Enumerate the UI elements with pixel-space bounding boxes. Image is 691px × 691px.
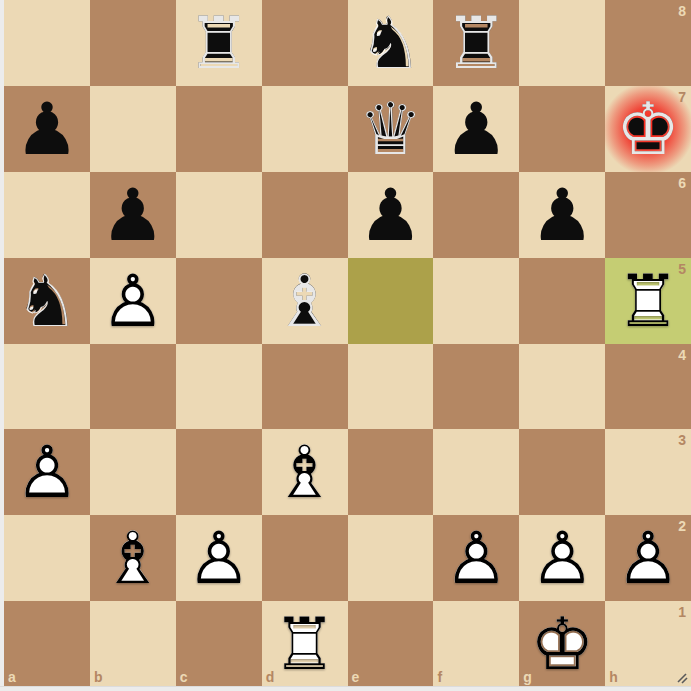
square-b6[interactable]: ♟ (90, 172, 176, 258)
file-label-e: e (352, 669, 360, 685)
rank-label-1: 1 (678, 604, 686, 620)
piece-white-pawn[interactable]: ♟♙ (433, 515, 519, 601)
white-king-outline: ♔ (519, 601, 605, 687)
square-g1[interactable]: g♚♔ (519, 601, 605, 687)
rank-label-6: 6 (678, 175, 686, 191)
piece-black-rook[interactable]: ♜♖ (176, 0, 262, 86)
square-d1[interactable]: d♜♖ (262, 601, 348, 687)
square-e7[interactable]: ♛♕ (348, 86, 434, 172)
white-pawn-outline: ♙ (90, 258, 176, 344)
square-b3[interactable] (90, 429, 176, 515)
rank-label-2: 2 (678, 518, 686, 534)
square-h8[interactable]: 8 (605, 0, 691, 86)
piece-white-rook[interactable]: ♜♖ (262, 601, 348, 687)
square-a6[interactable] (4, 172, 90, 258)
black-bishop-glyph: ♝ (262, 258, 348, 344)
white-rook-outline: ♖ (262, 601, 348, 687)
white-pawn-glyph: ♟ (605, 515, 691, 601)
rank-label-4: 4 (678, 347, 686, 363)
square-c5[interactable] (176, 258, 262, 344)
square-a1[interactable]: a (4, 601, 90, 687)
black-rook-outline: ♖ (176, 0, 262, 86)
square-d8[interactable] (262, 0, 348, 86)
square-a4[interactable] (4, 344, 90, 430)
file-label-f: f (437, 669, 442, 685)
white-pawn-glyph: ♟ (176, 515, 262, 601)
piece-black-knight[interactable]: ♞♘ (4, 258, 90, 344)
square-d4[interactable] (262, 344, 348, 430)
rank-label-7: 7 (678, 89, 686, 105)
black-rook-glyph: ♜ (433, 0, 519, 86)
file-label-g: g (523, 669, 532, 685)
piece-white-bishop[interactable]: ♝♗ (262, 429, 348, 515)
white-pawn-outline: ♙ (176, 515, 262, 601)
square-c1[interactable]: c (176, 601, 262, 687)
black-knight-glyph: ♞ (348, 0, 434, 86)
square-a2[interactable] (4, 515, 90, 601)
piece-black-king[interactable]: ♚♔ (605, 86, 691, 172)
square-h6[interactable]: 6 (605, 172, 691, 258)
square-d5[interactable]: ♝♗ (262, 258, 348, 344)
black-knight-glyph: ♞ (4, 258, 90, 344)
piece-black-pawn[interactable]: ♟ (348, 172, 434, 258)
piece-white-pawn[interactable]: ♟♙ (519, 515, 605, 601)
square-h2[interactable]: 2♟♙ (605, 515, 691, 601)
square-h7[interactable]: 7♚♔ (605, 86, 691, 172)
square-f6[interactable] (433, 172, 519, 258)
square-c6[interactable] (176, 172, 262, 258)
square-g3[interactable] (519, 429, 605, 515)
piece-black-pawn[interactable]: ♟ (4, 86, 90, 172)
square-f2[interactable]: ♟♙ (433, 515, 519, 601)
white-bishop-outline: ♗ (90, 515, 176, 601)
square-e4[interactable] (348, 344, 434, 430)
black-king-glyph: ♚ (605, 86, 691, 172)
square-c8[interactable]: ♜♖ (176, 0, 262, 86)
white-pawn-outline: ♙ (4, 429, 90, 515)
square-a3[interactable]: ♟♙ (4, 429, 90, 515)
black-knight-outline: ♘ (4, 258, 90, 344)
black-king-outline: ♔ (605, 86, 691, 172)
square-d6[interactable] (262, 172, 348, 258)
white-pawn-glyph: ♟ (433, 515, 519, 601)
chess-board: ♜♖♞♘♜♖8♟♛♕♟7♚♔♟♟♟6♞♘♟♙♝♗5♜♖4♟♙♝♗3♝♗♟♙♟♙♟… (4, 0, 691, 687)
square-f8[interactable]: ♜♖ (433, 0, 519, 86)
white-pawn-outline: ♙ (519, 515, 605, 601)
white-rook-glyph: ♜ (262, 601, 348, 687)
square-c4[interactable] (176, 344, 262, 430)
square-h3[interactable]: 3 (605, 429, 691, 515)
piece-black-pawn[interactable]: ♟ (519, 172, 605, 258)
square-f7[interactable]: ♟ (433, 86, 519, 172)
file-label-a: a (8, 669, 16, 685)
square-g6[interactable]: ♟ (519, 172, 605, 258)
square-f1[interactable]: f (433, 601, 519, 687)
white-pawn-outline: ♙ (605, 515, 691, 601)
page: ♜♖♞♘♜♖8♟♛♕♟7♚♔♟♟♟6♞♘♟♙♝♗5♜♖4♟♙♝♗3♝♗♟♙♟♙♟… (0, 0, 691, 691)
square-c2[interactable]: ♟♙ (176, 515, 262, 601)
page-bottom-margin (0, 686, 691, 691)
square-e2[interactable] (348, 515, 434, 601)
piece-white-king[interactable]: ♚♔ (519, 601, 605, 687)
black-rook-outline: ♖ (433, 0, 519, 86)
piece-white-pawn[interactable]: ♟♙ (176, 515, 262, 601)
square-e5[interactable] (348, 258, 434, 344)
piece-black-pawn[interactable]: ♟ (433, 86, 519, 172)
square-e8[interactable]: ♞♘ (348, 0, 434, 86)
black-pawn-glyph: ♟ (90, 172, 176, 258)
white-pawn-glyph: ♟ (4, 429, 90, 515)
square-g2[interactable]: ♟♙ (519, 515, 605, 601)
piece-white-pawn[interactable]: ♟♙ (90, 258, 176, 344)
square-h4[interactable]: 4 (605, 344, 691, 430)
black-pawn-glyph: ♟ (348, 172, 434, 258)
black-bishop-outline: ♗ (262, 258, 348, 344)
square-d2[interactable] (262, 515, 348, 601)
rank-label-5: 5 (678, 261, 686, 277)
square-f5[interactable] (433, 258, 519, 344)
file-label-c: c (180, 669, 188, 685)
square-a8[interactable] (4, 0, 90, 86)
white-king-glyph: ♚ (519, 601, 605, 687)
square-h5[interactable]: 5♜♖ (605, 258, 691, 344)
white-bishop-glyph: ♝ (90, 515, 176, 601)
square-e1[interactable]: e (348, 601, 434, 687)
square-a7[interactable]: ♟ (4, 86, 90, 172)
black-rook-glyph: ♜ (176, 0, 262, 86)
file-label-b: b (94, 669, 103, 685)
square-c3[interactable] (176, 429, 262, 515)
piece-white-rook[interactable]: ♜♖ (605, 258, 691, 344)
piece-black-pawn[interactable]: ♟ (90, 172, 176, 258)
piece-black-rook[interactable]: ♜♖ (433, 0, 519, 86)
square-f4[interactable] (433, 344, 519, 430)
square-b4[interactable] (90, 344, 176, 430)
square-a5[interactable]: ♞♘ (4, 258, 90, 344)
square-e3[interactable] (348, 429, 434, 515)
square-c7[interactable] (176, 86, 262, 172)
file-label-h: h (609, 669, 618, 685)
square-g4[interactable] (519, 344, 605, 430)
square-b5[interactable]: ♟♙ (90, 258, 176, 344)
black-pawn-glyph: ♟ (433, 86, 519, 172)
piece-black-bishop[interactable]: ♝♗ (262, 258, 348, 344)
square-e6[interactable]: ♟ (348, 172, 434, 258)
black-pawn-glyph: ♟ (519, 172, 605, 258)
white-rook-outline: ♖ (605, 258, 691, 344)
white-bishop-glyph: ♝ (262, 429, 348, 515)
rank-label-8: 8 (678, 3, 686, 19)
piece-white-bishop[interactable]: ♝♗ (90, 515, 176, 601)
resize-handle-icon[interactable] (674, 670, 688, 684)
white-rook-glyph: ♜ (605, 258, 691, 344)
square-b7[interactable] (90, 86, 176, 172)
black-knight-outline: ♘ (348, 0, 434, 86)
piece-white-pawn[interactable]: ♟♙ (605, 515, 691, 601)
square-g5[interactable] (519, 258, 605, 344)
white-pawn-outline: ♙ (433, 515, 519, 601)
rank-label-3: 3 (678, 432, 686, 448)
black-queen-glyph: ♛ (348, 86, 434, 172)
square-d3[interactable]: ♝♗ (262, 429, 348, 515)
black-queen-outline: ♕ (348, 86, 434, 172)
black-pawn-glyph: ♟ (4, 86, 90, 172)
square-d7[interactable] (262, 86, 348, 172)
piece-white-pawn[interactable]: ♟♙ (4, 429, 90, 515)
piece-black-queen[interactable]: ♛♕ (348, 86, 434, 172)
square-b2[interactable]: ♝♗ (90, 515, 176, 601)
white-pawn-glyph: ♟ (519, 515, 605, 601)
square-b1[interactable]: b (90, 601, 176, 687)
file-label-d: d (266, 669, 275, 685)
white-bishop-outline: ♗ (262, 429, 348, 515)
white-pawn-glyph: ♟ (90, 258, 176, 344)
square-g8[interactable] (519, 0, 605, 86)
square-g7[interactable] (519, 86, 605, 172)
square-f3[interactable] (433, 429, 519, 515)
piece-black-knight[interactable]: ♞♘ (348, 0, 434, 86)
square-b8[interactable] (90, 0, 176, 86)
